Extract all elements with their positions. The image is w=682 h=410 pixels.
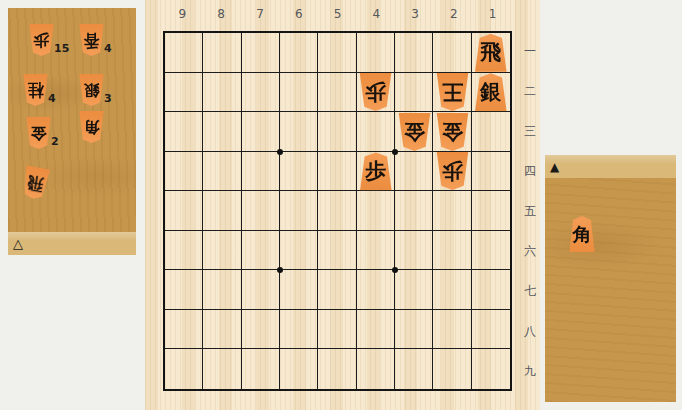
board-cell[interactable] [280, 33, 318, 73]
board-cell[interactable] [433, 191, 471, 231]
rank-label: 一 [520, 31, 540, 71]
rank-label: 五 [520, 191, 540, 231]
board-cell[interactable] [165, 152, 203, 192]
rank-label: 三 [520, 111, 540, 151]
gote-hand-piece[interactable]: 歩 [28, 24, 55, 56]
gote-mark-icon: △ [13, 237, 23, 250]
file-label: 1 [473, 7, 512, 24]
rank-label: 九 [520, 351, 540, 391]
board-cell[interactable] [242, 270, 280, 310]
gote-hand-tray: 歩15香4桂4銀3金2角飛 [8, 8, 136, 233]
gote-hand-piece[interactable]: 飛 [19, 165, 51, 201]
star-point-icon [277, 149, 283, 155]
gote-strip: △ [8, 232, 136, 255]
hand-slot: 角 [78, 111, 105, 143]
board-cell[interactable] [357, 310, 395, 350]
board-cell[interactable] [357, 112, 395, 152]
board-cell[interactable] [280, 349, 318, 389]
board-cell[interactable] [203, 349, 241, 389]
board-cell[interactable] [165, 349, 203, 389]
board-cell[interactable] [395, 310, 433, 350]
board-cell[interactable] [280, 73, 318, 113]
file-label: 4 [357, 7, 396, 24]
hand-slot: 金2 [25, 117, 52, 149]
board-cell[interactable] [165, 231, 203, 271]
board-cell[interactable] [395, 349, 433, 389]
board-cell[interactable] [203, 270, 241, 310]
board-cell[interactable] [242, 33, 280, 73]
board-cell[interactable] [357, 33, 395, 73]
hand-piece-count: 3 [104, 93, 112, 104]
board-cell[interactable] [395, 231, 433, 271]
board-cell[interactable] [280, 231, 318, 271]
board-cell[interactable] [318, 112, 356, 152]
board-cell[interactable] [280, 270, 318, 310]
star-point-icon [392, 267, 398, 273]
file-label: 2 [434, 7, 473, 24]
board-cell[interactable] [242, 310, 280, 350]
file-label: 6 [279, 7, 318, 24]
sente-hand-panel: ▲ 角 [545, 155, 676, 402]
board-cell[interactable] [280, 191, 318, 231]
hand-slot: 角 [568, 216, 595, 248]
board-cell[interactable] [433, 349, 471, 389]
board-cell[interactable] [395, 73, 433, 113]
board-cell[interactable] [472, 112, 510, 152]
board-cell[interactable] [472, 270, 510, 310]
board-cell[interactable] [165, 73, 203, 113]
star-point-icon [277, 267, 283, 273]
hand-piece-count: 15 [54, 43, 69, 54]
gote-hand-piece[interactable]: 香 [78, 24, 105, 56]
board-cell[interactable] [472, 191, 510, 231]
hand-piece-count: 4 [48, 93, 56, 104]
board-cell[interactable] [203, 152, 241, 192]
board-cell[interactable] [203, 73, 241, 113]
hand-slot: 歩15 [28, 24, 55, 56]
board-cell[interactable] [357, 270, 395, 310]
board-cell[interactable] [165, 310, 203, 350]
hand-slot: 飛 [22, 167, 49, 199]
gote-hand-piece[interactable]: 金 [25, 117, 52, 149]
board-cell[interactable] [318, 191, 356, 231]
file-labels: 987654321 [163, 7, 512, 24]
file-label: 8 [202, 7, 241, 24]
board-cell[interactable] [280, 310, 318, 350]
sente-mark-icon: ▲ [550, 161, 559, 173]
hand-slot: 香4 [78, 24, 105, 56]
gote-hand-piece[interactable]: 桂 [22, 74, 49, 106]
board-panel: 987654321 飛歩王銀金金歩歩 一二三四五六七八九 [145, 0, 540, 410]
board-cell[interactable] [242, 152, 280, 192]
board-cell[interactable] [395, 33, 433, 73]
gote-hand-panel: 歩15香4桂4銀3金2角飛 △ [8, 8, 136, 255]
gote-hand-piece[interactable]: 角 [78, 111, 105, 143]
shogi-board: 飛歩王銀金金歩歩 [163, 31, 512, 391]
sente-strip: ▲ [545, 155, 676, 178]
board-cell[interactable] [203, 191, 241, 231]
file-label: 5 [318, 7, 357, 24]
gote-hand-piece[interactable]: 銀 [78, 74, 105, 106]
board-cell[interactable] [242, 112, 280, 152]
board-cell[interactable] [357, 349, 395, 389]
board-cell[interactable] [203, 310, 241, 350]
board-cell[interactable] [318, 33, 356, 73]
rank-label: 四 [520, 151, 540, 191]
board-cell[interactable] [318, 270, 356, 310]
board-cell[interactable] [395, 270, 433, 310]
board-cell[interactable] [318, 152, 356, 192]
hand-slot: 桂4 [22, 74, 49, 106]
board-cell[interactable] [280, 152, 318, 192]
rank-label: 八 [520, 311, 540, 351]
board-cell[interactable] [357, 191, 395, 231]
board-cell[interactable] [203, 33, 241, 73]
board-cell[interactable] [433, 310, 471, 350]
board-cell[interactable] [472, 349, 510, 389]
board-cell[interactable] [242, 191, 280, 231]
board-cell[interactable] [472, 152, 510, 192]
board-cell[interactable] [165, 33, 203, 73]
board-cell[interactable] [395, 191, 433, 231]
board-cell[interactable] [165, 191, 203, 231]
hand-piece-count: 2 [51, 136, 59, 147]
board-cell[interactable] [318, 349, 356, 389]
board-cell[interactable] [433, 33, 471, 73]
file-label: 3 [396, 7, 435, 24]
board-cell[interactable] [318, 231, 356, 271]
rank-label: 七 [520, 271, 540, 311]
board-cell[interactable] [242, 73, 280, 113]
hand-piece-count: 4 [104, 43, 112, 54]
board-cell[interactable] [472, 310, 510, 350]
board-cell[interactable] [165, 112, 203, 152]
rank-label: 六 [520, 231, 540, 271]
rank-label: 二 [520, 71, 540, 111]
sente-hand-piece[interactable]: 角 [568, 216, 596, 252]
board-cell[interactable] [433, 270, 471, 310]
board-cell[interactable] [280, 112, 318, 152]
star-point-icon [392, 149, 398, 155]
file-label: 9 [163, 7, 202, 24]
board-cell[interactable] [472, 231, 510, 271]
board-cell[interactable] [318, 310, 356, 350]
app-root: 歩15香4桂4銀3金2角飛 △ 987654321 飛歩王銀金金歩歩 一二三四五… [0, 0, 682, 410]
board-cell[interactable] [318, 73, 356, 113]
board-cell[interactable] [203, 231, 241, 271]
hand-slot: 銀3 [78, 74, 105, 106]
board-cell[interactable] [242, 231, 280, 271]
board-cell[interactable] [357, 231, 395, 271]
rank-labels: 一二三四五六七八九 [520, 31, 540, 391]
file-label: 7 [241, 7, 280, 24]
board-cell[interactable] [203, 112, 241, 152]
board-cell[interactable] [242, 349, 280, 389]
board-cell[interactable] [395, 152, 433, 192]
board-cell[interactable] [165, 270, 203, 310]
board-cell[interactable] [433, 231, 471, 271]
sente-hand-tray: 角 [545, 178, 676, 402]
